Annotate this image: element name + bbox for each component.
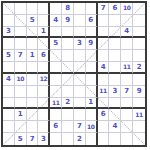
cell-r5c4-given: 6	[38, 50, 50, 62]
cell-r1c7[interactable]	[74, 3, 86, 15]
cell-r6c6[interactable]	[62, 62, 74, 74]
cell-r8c12-given: 9	[133, 86, 145, 98]
cell-r12c7-given: 2	[74, 133, 86, 145]
cell-r11c12[interactable]	[133, 121, 145, 133]
cell-r12c10[interactable]	[109, 133, 121, 145]
cell-r12c12[interactable]	[133, 133, 145, 145]
cell-r8c10-given: 3	[109, 86, 121, 98]
cell-r8c9-given: 11	[98, 86, 110, 98]
cell-r3c11-given: 4	[121, 27, 133, 39]
cell-r9c5-given: 11	[50, 98, 62, 110]
cell-r9c2[interactable]	[15, 98, 27, 110]
cell-r10c4[interactable]	[38, 109, 50, 121]
cell-r3c6[interactable]	[62, 27, 74, 39]
cell-r11c1[interactable]	[3, 121, 15, 133]
cell-r4c12[interactable]	[133, 38, 145, 50]
cell-r9c11[interactable]	[121, 98, 133, 110]
cell-r2c3-given: 5	[27, 15, 39, 27]
cell-r8c11-given: 7	[121, 86, 133, 98]
cell-r10c5[interactable]	[50, 109, 62, 121]
cell-r2c9[interactable]	[98, 15, 110, 27]
cell-r11c10-given: 4	[109, 121, 121, 133]
cell-r4c3[interactable]	[27, 38, 39, 50]
cell-r4c7-given: 3	[74, 38, 86, 50]
cell-r7c1-given: 4	[3, 74, 15, 86]
cell-r9c4[interactable]	[38, 98, 50, 110]
cell-r7c4-given: 12	[38, 74, 50, 86]
cell-r7c9[interactable]	[98, 74, 110, 86]
cell-r6c7[interactable]	[74, 62, 86, 74]
cell-r12c11[interactable]	[121, 133, 133, 145]
cell-r11c4[interactable]	[38, 121, 50, 133]
cell-r2c4[interactable]	[38, 15, 50, 27]
cell-r6c11-given: 11	[121, 62, 133, 74]
cell-r4c6[interactable]	[62, 38, 74, 50]
cell-r6c4[interactable]	[38, 62, 50, 74]
cell-r2c10[interactable]	[109, 15, 121, 27]
cell-r9c10[interactable]	[109, 98, 121, 110]
sudoku-grid: 8761054963145395716411241012113791121161…	[1, 1, 147, 147]
cell-r7c7[interactable]	[74, 74, 86, 86]
cell-r7c8[interactable]	[86, 74, 98, 86]
cell-r7c10[interactable]	[109, 74, 121, 86]
cell-r2c11[interactable]	[121, 15, 133, 27]
cell-r12c8[interactable]	[86, 133, 98, 145]
cell-r7c11[interactable]	[121, 74, 133, 86]
cell-r5c5[interactable]	[50, 50, 62, 62]
cell-r1c8[interactable]	[86, 3, 98, 15]
cell-r10c3[interactable]	[27, 109, 39, 121]
cell-r1c1[interactable]	[3, 3, 15, 15]
cell-r5c11[interactable]	[121, 50, 133, 62]
cell-r6c3[interactable]	[27, 62, 39, 74]
cell-r1c9-given: 7	[98, 3, 110, 15]
cell-r4c2[interactable]	[15, 38, 27, 50]
cell-r11c11[interactable]	[121, 121, 133, 133]
cell-r6c9-given: 4	[98, 62, 110, 74]
cell-r12c4-given: 3	[38, 133, 50, 145]
cell-r3c2[interactable]	[15, 27, 27, 39]
cell-r4c1[interactable]	[3, 38, 15, 50]
cell-r11c2[interactable]	[15, 121, 27, 133]
cell-r1c4[interactable]	[38, 3, 50, 15]
cell-r9c7[interactable]	[74, 98, 86, 110]
cell-r9c9[interactable]	[98, 98, 110, 110]
cell-r5c3-given: 1	[27, 50, 39, 62]
sudoku-page: 8761054963145395716411241012113791121161…	[0, 0, 150, 150]
cell-r6c12-given: 2	[133, 62, 145, 74]
cell-r12c2-given: 5	[15, 133, 27, 145]
cell-r1c10-given: 6	[109, 3, 121, 15]
cell-r2c5-given: 4	[50, 15, 62, 27]
cell-r8c6[interactable]	[62, 86, 74, 98]
cell-r9c3[interactable]	[27, 98, 39, 110]
cell-r5c1-given: 5	[3, 50, 15, 62]
cell-r12c3-given: 7	[27, 133, 39, 145]
cell-r2c6-given: 9	[62, 15, 74, 27]
cell-r1c12[interactable]	[133, 3, 145, 15]
cell-r4c8-given: 9	[86, 38, 98, 50]
cell-r4c5-given: 5	[50, 38, 62, 50]
cell-r5c9[interactable]	[98, 50, 110, 62]
cell-r1c2[interactable]	[15, 3, 27, 15]
cell-r8c3[interactable]	[27, 86, 39, 98]
cell-r5c12[interactable]	[133, 50, 145, 62]
cell-r3c7[interactable]	[74, 27, 86, 39]
cell-r11c8-given: 10	[86, 121, 98, 133]
cell-r1c6-given: 8	[62, 3, 74, 15]
cell-r8c8[interactable]	[86, 86, 98, 98]
cell-r12c1[interactable]	[3, 133, 15, 145]
cell-r6c1[interactable]	[3, 62, 15, 74]
cell-r4c10[interactable]	[109, 38, 121, 50]
cell-r8c5[interactable]	[50, 86, 62, 98]
cell-r6c8[interactable]	[86, 62, 98, 74]
cell-r2c1[interactable]	[3, 15, 15, 27]
cell-r2c7[interactable]	[74, 15, 86, 27]
cell-r3c1-given: 3	[3, 27, 15, 39]
cell-r7c3[interactable]	[27, 74, 39, 86]
cell-r9c6-given: 2	[62, 98, 74, 110]
cell-r8c4[interactable]	[38, 86, 50, 98]
cell-r10c10[interactable]	[109, 109, 121, 121]
cell-r10c8[interactable]	[86, 109, 98, 121]
cell-r10c6[interactable]	[62, 109, 74, 121]
cell-r9c12[interactable]	[133, 98, 145, 110]
cell-r11c7-given: 7	[74, 121, 86, 133]
cell-r7c5[interactable]	[50, 74, 62, 86]
cell-r3c4-given: 1	[38, 27, 50, 39]
cell-r2c2[interactable]	[15, 15, 27, 27]
cell-r12c5[interactable]	[50, 133, 62, 145]
cell-r10c11[interactable]	[121, 109, 133, 121]
cell-r10c9-given: 6	[98, 109, 110, 121]
cell-r10c2-given: 1	[15, 109, 27, 121]
cell-r5c6[interactable]	[62, 50, 74, 62]
cell-r1c5[interactable]	[50, 3, 62, 15]
cell-r1c3[interactable]	[27, 3, 39, 15]
cell-r3c3[interactable]	[27, 27, 39, 39]
cell-r5c7[interactable]	[74, 50, 86, 62]
cell-r7c2-given: 10	[15, 74, 27, 86]
cell-r8c7[interactable]	[74, 86, 86, 98]
cell-r3c9[interactable]	[98, 27, 110, 39]
cell-r4c11[interactable]	[121, 38, 133, 50]
cell-r5c8[interactable]	[86, 50, 98, 62]
cell-r6c5[interactable]	[50, 62, 62, 74]
cell-r2c12[interactable]	[133, 15, 145, 27]
cell-r1c11-given: 10	[121, 3, 133, 15]
cell-r6c10[interactable]	[109, 62, 121, 74]
cell-r11c5-given: 6	[50, 121, 62, 133]
cell-r9c8-given: 1	[86, 98, 98, 110]
cell-r7c6[interactable]	[62, 74, 74, 86]
cell-r10c7[interactable]	[74, 109, 86, 121]
cell-r8c1[interactable]	[3, 86, 15, 98]
cell-r5c2-given: 7	[15, 50, 27, 62]
cell-r3c5[interactable]	[50, 27, 62, 39]
cell-r12c6[interactable]	[62, 133, 74, 145]
cell-r8c2[interactable]	[15, 86, 27, 98]
cell-r7c12[interactable]	[133, 74, 145, 86]
cell-r10c12-given: 11	[133, 109, 145, 121]
cell-r11c6[interactable]	[62, 121, 74, 133]
cell-r9c1[interactable]	[3, 98, 15, 110]
cell-r11c9[interactable]	[98, 121, 110, 133]
cell-r5c10[interactable]	[109, 50, 121, 62]
cell-r10c1[interactable]	[3, 109, 15, 121]
cell-r2c8-given: 6	[86, 15, 98, 27]
cell-r4c4[interactable]	[38, 38, 50, 50]
cell-r3c10[interactable]	[109, 27, 121, 39]
cell-r4c9[interactable]	[98, 38, 110, 50]
cell-r3c8[interactable]	[86, 27, 98, 39]
cell-r12c9[interactable]	[98, 133, 110, 145]
cell-r6c2[interactable]	[15, 62, 27, 74]
cell-r11c3[interactable]	[27, 121, 39, 133]
cell-r3c12[interactable]	[133, 27, 145, 39]
